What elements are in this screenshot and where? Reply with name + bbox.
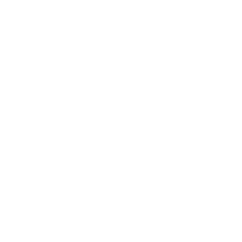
chess-board <box>0 0 242 242</box>
chess-board-container <box>0 0 242 242</box>
